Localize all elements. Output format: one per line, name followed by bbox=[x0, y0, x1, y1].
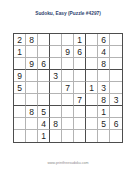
cell-r8c3: 4 bbox=[38, 118, 50, 130]
cell-r6c1 bbox=[14, 94, 26, 106]
cell-r1c6: 1 bbox=[74, 34, 86, 46]
cell-r2c7 bbox=[86, 46, 98, 58]
cell-r8c8: 5 bbox=[98, 118, 110, 130]
cell-r1c7 bbox=[86, 34, 98, 46]
footer-url: www.printfreesudoku.com bbox=[27, 161, 109, 165]
cell-r7c7 bbox=[86, 106, 98, 118]
cell-r5c9 bbox=[110, 82, 122, 94]
cell-r1c4 bbox=[50, 34, 62, 46]
cell-r2c1: 1 bbox=[14, 46, 26, 58]
cell-r3c9 bbox=[110, 58, 122, 70]
cell-r6c2 bbox=[26, 94, 38, 106]
cell-r9c1 bbox=[14, 130, 26, 142]
cell-r9c2 bbox=[26, 130, 38, 142]
cell-r7c9 bbox=[110, 106, 122, 118]
cell-r4c3 bbox=[38, 70, 50, 82]
puzzle-title: Sudoku, Easy (Puzzle #4297) bbox=[14, 11, 123, 16]
cell-r7c2: 8 bbox=[26, 106, 38, 118]
cell-r1c3 bbox=[38, 34, 50, 46]
cell-r1c1: 2 bbox=[14, 34, 26, 46]
cell-r9c6 bbox=[74, 130, 86, 142]
cell-r9c5 bbox=[62, 130, 74, 142]
cell-r8c6 bbox=[74, 118, 86, 130]
cell-r3c5 bbox=[62, 58, 74, 70]
cell-r7c5 bbox=[62, 106, 74, 118]
cell-r6c9: 3 bbox=[110, 94, 122, 106]
cell-r9c9 bbox=[110, 130, 122, 142]
cell-r2c3 bbox=[38, 46, 50, 58]
cell-r6c3 bbox=[38, 94, 50, 106]
cell-r3c1 bbox=[14, 58, 26, 70]
cell-r4c1: 9 bbox=[14, 70, 26, 82]
cell-r5c6 bbox=[74, 82, 86, 94]
cell-r6c6: 7 bbox=[74, 94, 86, 106]
cell-r8c7 bbox=[86, 118, 98, 130]
cell-r1c2: 8 bbox=[26, 34, 38, 46]
cell-r3c6 bbox=[74, 58, 86, 70]
cell-r1c5 bbox=[62, 34, 74, 46]
cell-r7c1 bbox=[14, 106, 26, 118]
cell-r9c3: 1 bbox=[38, 130, 50, 142]
sudoku-board: 2816196496893571378385148561 bbox=[13, 33, 123, 143]
cell-r9c7 bbox=[86, 130, 98, 142]
cell-r8c1 bbox=[14, 118, 26, 130]
cell-r4c2 bbox=[26, 70, 38, 82]
cell-r3c3: 6 bbox=[38, 58, 50, 70]
cell-r2c5: 9 bbox=[62, 46, 74, 58]
cell-r3c2: 9 bbox=[26, 58, 38, 70]
cell-r9c8 bbox=[98, 130, 110, 142]
cell-r8c5 bbox=[62, 118, 74, 130]
cell-r8c9: 6 bbox=[110, 118, 122, 130]
cell-r2c4 bbox=[50, 46, 62, 58]
cell-r2c6: 6 bbox=[74, 46, 86, 58]
cell-r5c7: 1 bbox=[86, 82, 98, 94]
cell-r4c9 bbox=[110, 70, 122, 82]
cell-r7c3: 5 bbox=[38, 106, 50, 118]
cell-r4c8 bbox=[98, 70, 110, 82]
cell-r1c8: 6 bbox=[98, 34, 110, 46]
cell-r5c2 bbox=[26, 82, 38, 94]
cell-r2c8: 4 bbox=[98, 46, 110, 58]
cell-r4c7 bbox=[86, 70, 98, 82]
cell-r8c2 bbox=[26, 118, 38, 130]
cell-r5c3 bbox=[38, 82, 50, 94]
cell-r1c9 bbox=[110, 34, 122, 46]
cell-r3c8: 8 bbox=[98, 58, 110, 70]
cell-r5c5: 7 bbox=[62, 82, 74, 94]
cell-r6c5 bbox=[62, 94, 74, 106]
cell-r8c4: 8 bbox=[50, 118, 62, 130]
cell-r6c4 bbox=[50, 94, 62, 106]
cell-r5c4 bbox=[50, 82, 62, 94]
cell-r3c7 bbox=[86, 58, 98, 70]
cell-r7c4 bbox=[50, 106, 62, 118]
cell-r2c9 bbox=[110, 46, 122, 58]
cell-r5c1: 5 bbox=[14, 82, 26, 94]
cell-r5c8: 3 bbox=[98, 82, 110, 94]
cell-r3c4 bbox=[50, 58, 62, 70]
cell-r4c4: 3 bbox=[50, 70, 62, 82]
cell-r6c8: 8 bbox=[98, 94, 110, 106]
cell-r2c2 bbox=[26, 46, 38, 58]
cell-r7c8: 1 bbox=[98, 106, 110, 118]
cell-r9c4 bbox=[50, 130, 62, 142]
cell-r6c7 bbox=[86, 94, 98, 106]
cell-r4c5 bbox=[62, 70, 74, 82]
sudoku-page: Sudoku, Easy (Puzzle #4297) 281619649689… bbox=[0, 0, 136, 176]
cell-r7c6 bbox=[74, 106, 86, 118]
cell-r4c6 bbox=[74, 70, 86, 82]
